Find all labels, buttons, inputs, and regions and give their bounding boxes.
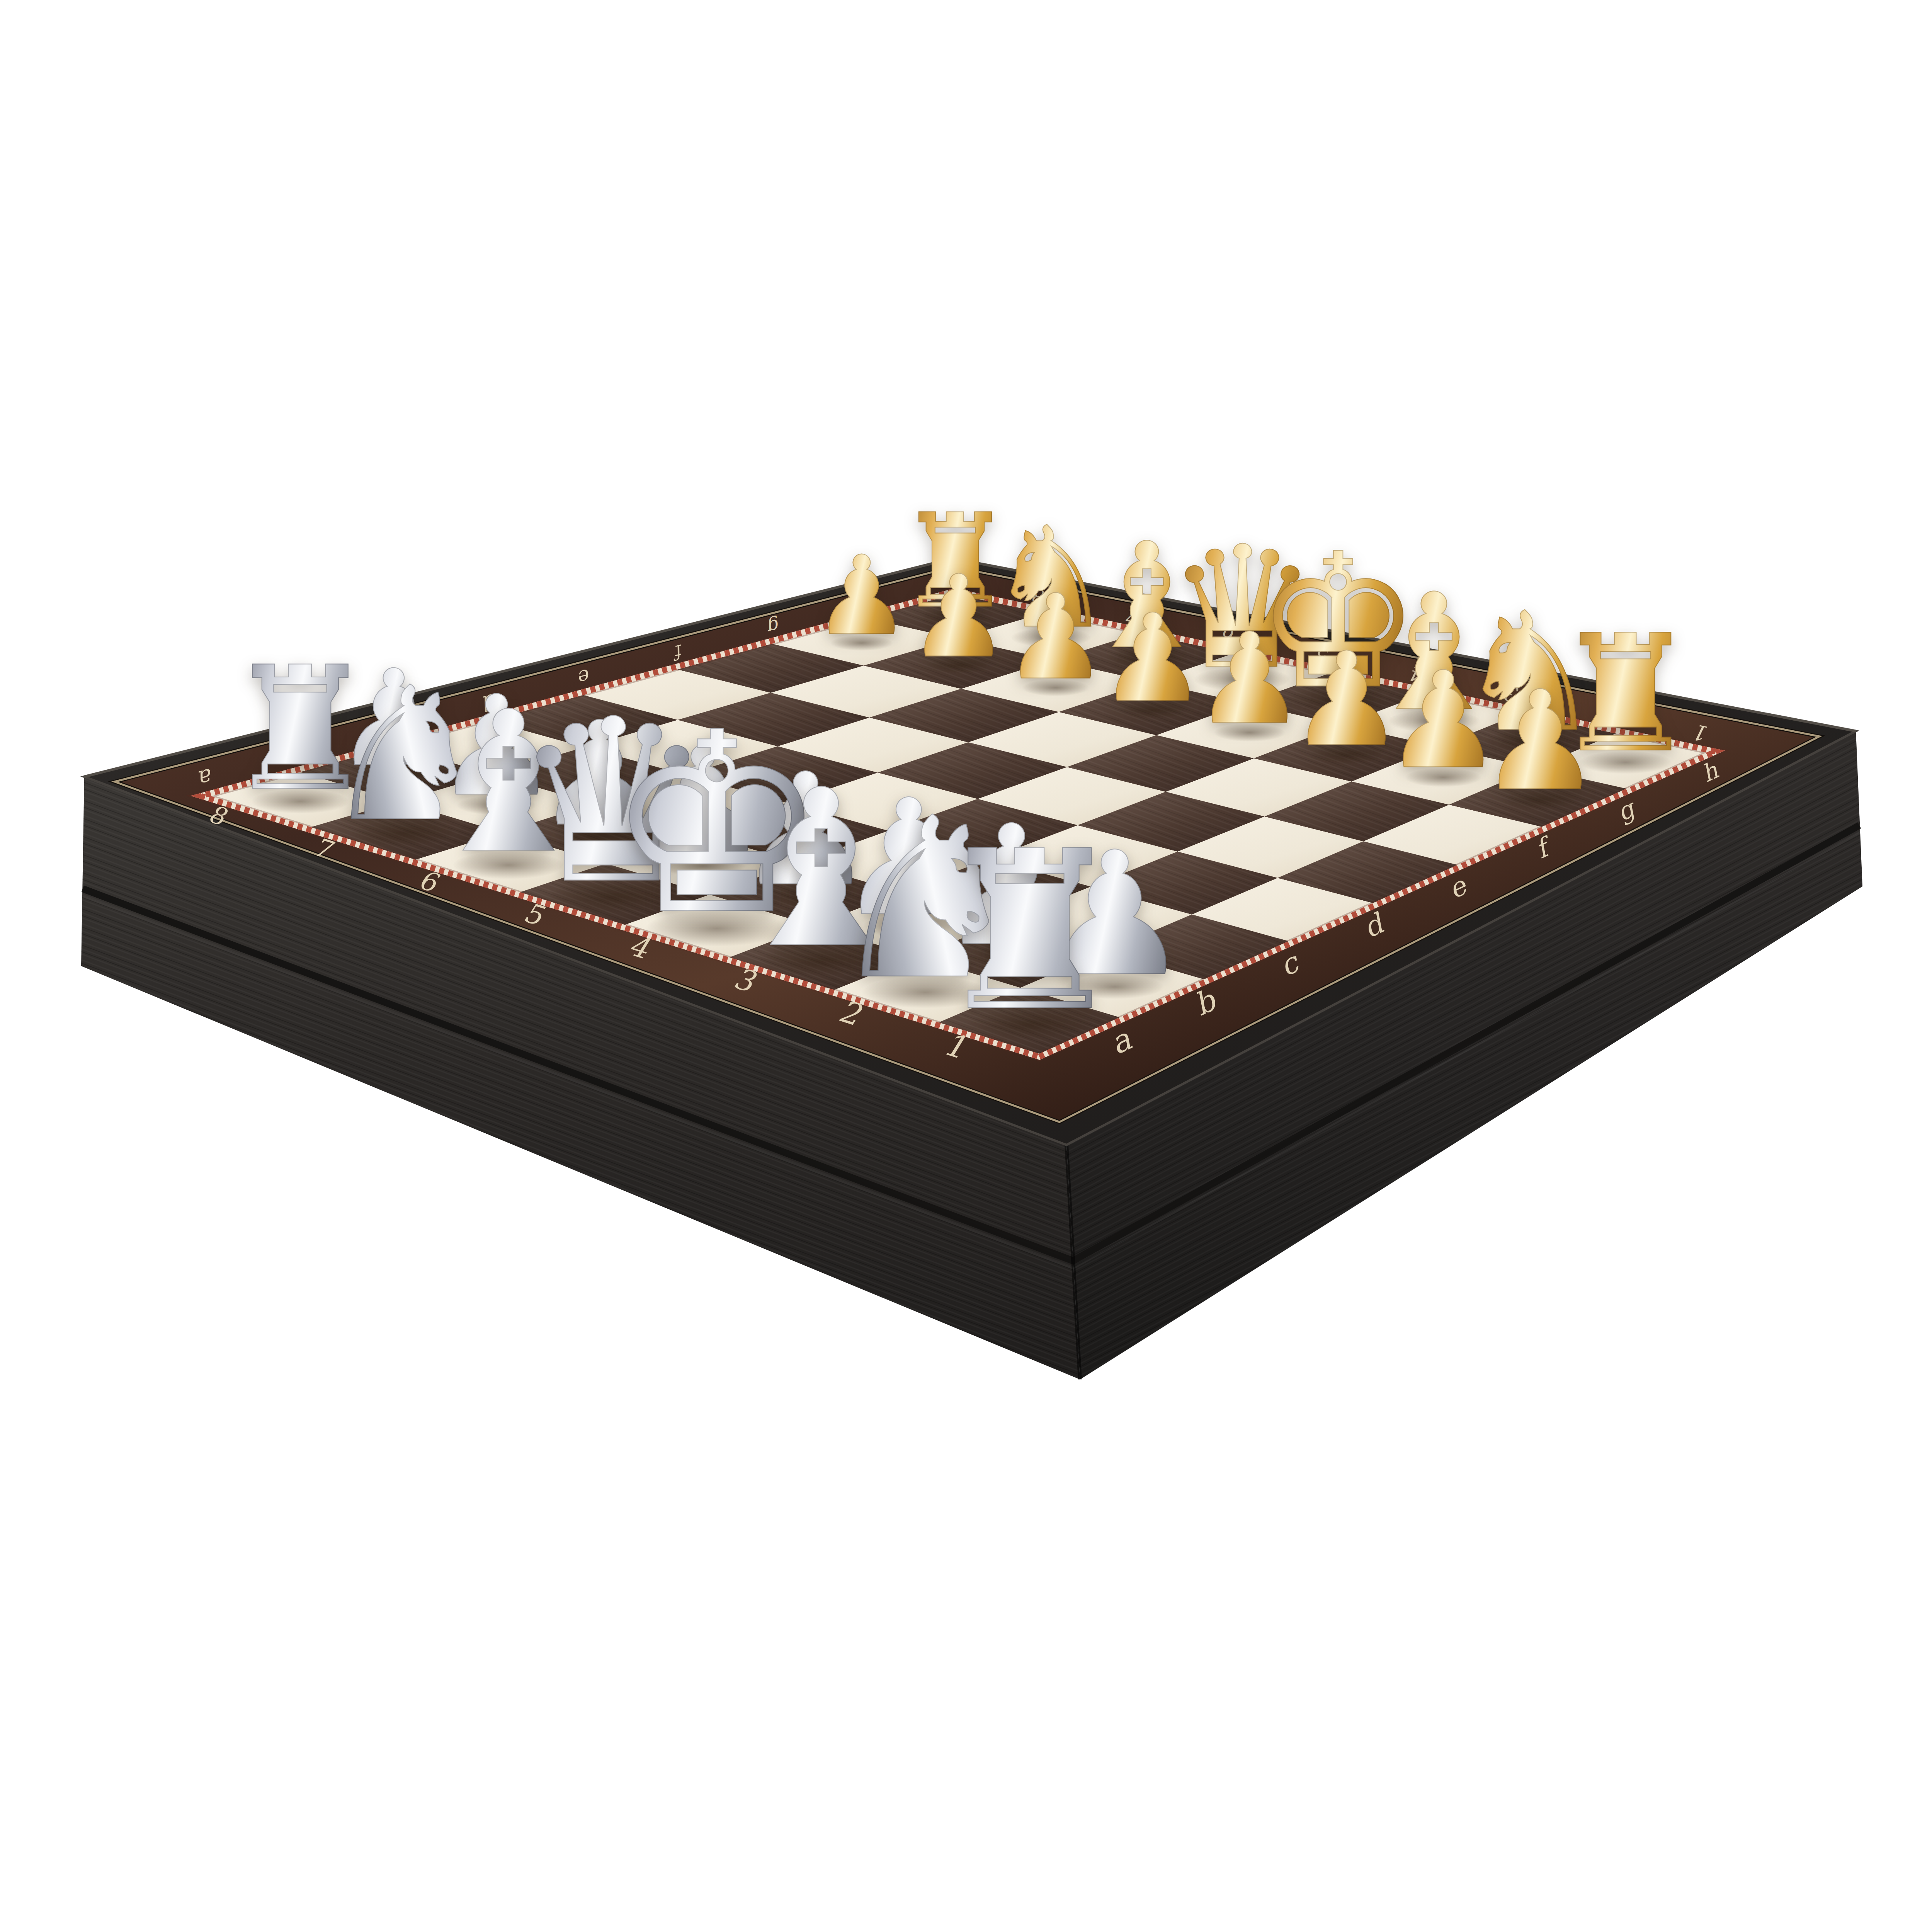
- chess-board-box: aabbccddeeffgghh1122334455667788: [0, 0, 1932, 1932]
- chess-set-photo: aabbccddeeffgghh1122334455667788 ♜♞♟♝♟♛♟…: [0, 0, 1932, 1932]
